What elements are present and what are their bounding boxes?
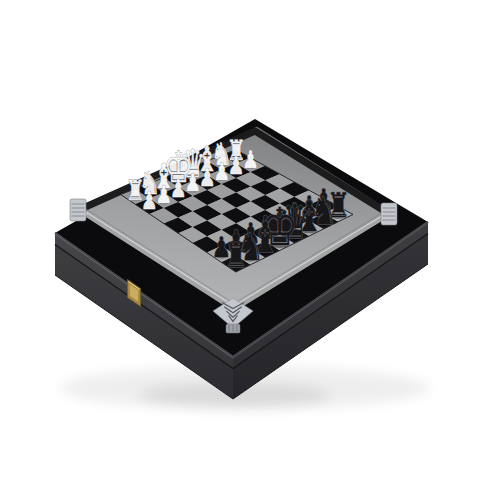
piece-black-rook[interactable]: ♜︎	[224, 235, 248, 274]
corner-bracket-right	[381, 203, 397, 225]
chess-set-product-photo: ♜︎♞︎♟︎♝︎♟︎♛︎♟︎♚︎♟︎♝︎♟︎♞︎♟︎♜︎♟︎♟︎♟︎♟︎♜︎♟︎…	[0, 0, 480, 480]
scene-canvas: ♜︎♞︎♟︎♝︎♟︎♛︎♟︎♚︎♟︎♝︎♟︎♞︎♟︎♜︎♟︎♟︎♟︎♟︎♜︎♟︎…	[0, 0, 480, 480]
piece-white-pawn[interactable]: ♟︎	[141, 187, 158, 215]
corner-bracket-left	[70, 199, 86, 221]
